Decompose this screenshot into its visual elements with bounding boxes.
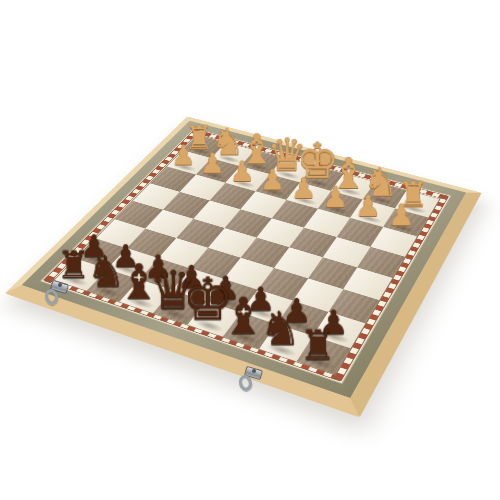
chess-piece-light-pawn: ♟ [167,114,200,169]
chess-piece-dark-knight: ♞ [260,283,301,351]
chess-piece-dark-bishop: ♝ [223,272,263,339]
chess-piece-light-pawn: ♟ [256,137,290,194]
chess-piece-dark-rook: ♜ [297,295,339,364]
chess-piece-light-pawn: ♟ [351,161,386,220]
chess-piece-light-pawn: ♟ [196,121,229,176]
board-squares: ♜♞♝♛♚♝♞♜♟♟♟♟♟♟♟♟♟♟♟♟♟♟♟♟♜♞♝♛♚♝♞♜ [55,135,439,374]
chess-piece-light-pawn: ♟ [287,145,321,202]
clasp-knob [252,369,256,373]
clasp-knob [58,283,62,287]
chess-piece-light-pawn: ♟ [384,170,420,229]
metal-clasp-icon [236,366,270,400]
product-photo: ♜♞♝♛♚♝♞♜♟♟♟♟♟♟♟♟♟♟♟♟♟♟♟♟♜♞♝♛♚♝♞♜ [0,0,500,500]
chess-piece-light-pawn: ♟ [318,153,353,211]
inlay-border: ♜♞♝♛♚♝♞♜♟♟♟♟♟♟♟♟♟♟♟♟♟♟♟♟♜♞♝♛♚♝♞♜ [40,128,452,384]
square [210,183,256,209]
metal-clasp-icon [42,280,76,314]
chess-piece-light-pawn: ♟ [226,129,260,185]
board-frame: ♜♞♝♛♚♝♞♜♟♟♟♟♟♟♟♟♟♟♟♟♟♟♟♟♜♞♝♛♚♝♞♜ [22,121,466,398]
